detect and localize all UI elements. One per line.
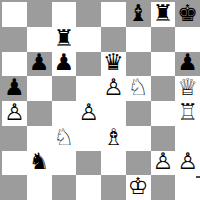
piece-white-pawn[interactable]: ♙ (4, 101, 25, 124)
piece-white-pawn[interactable]: ♙ (153, 151, 174, 174)
square-c1[interactable] (52, 175, 77, 200)
piece-white-pawn[interactable]: ♙ (103, 76, 124, 99)
square-a1[interactable] (2, 175, 27, 200)
square-g6[interactable] (151, 52, 176, 77)
piece-white-pawn[interactable]: ♙ (177, 151, 198, 174)
square-h6[interactable]: ♟ (175, 52, 200, 77)
square-h1[interactable] (175, 175, 200, 200)
square-h3[interactable] (175, 126, 200, 151)
piece-black-knight[interactable]: ♞ (29, 151, 50, 174)
piece-black-rook[interactable]: ♜ (54, 27, 75, 50)
square-e6[interactable]: ♛ (101, 52, 126, 77)
square-b5[interactable] (27, 76, 52, 101)
square-c6[interactable]: ♟ (52, 52, 77, 77)
piece-black-bishop[interactable]: ♝ (128, 2, 149, 25)
square-b7[interactable] (27, 27, 52, 52)
piece-black-pawn[interactable]: ♟ (54, 52, 75, 75)
square-b2[interactable]: ♞ (27, 151, 52, 176)
square-g5[interactable] (151, 76, 176, 101)
square-f7[interactable] (126, 27, 151, 52)
square-f5[interactable]: ♘ (126, 76, 151, 101)
square-g1[interactable] (151, 175, 176, 200)
square-h4[interactable]: ♖ (175, 101, 200, 126)
square-g2[interactable]: ♙ (151, 151, 176, 176)
square-a7[interactable] (2, 27, 27, 52)
chess-diagram: ♝♜♚♜♟♟♛♟♟♙♘♕♙♙♖♘♗♞♙♙♔ (0, 0, 200, 200)
piece-white-bishop[interactable]: ♗ (103, 126, 124, 149)
piece-white-knight[interactable]: ♘ (54, 126, 75, 149)
square-d2[interactable] (76, 151, 101, 176)
square-c3[interactable]: ♘ (52, 126, 77, 151)
square-f6[interactable] (126, 52, 151, 77)
square-h8[interactable]: ♚ (175, 2, 200, 27)
piece-black-pawn[interactable]: ♟ (4, 76, 25, 99)
square-h7[interactable] (175, 27, 200, 52)
square-e2[interactable] (101, 151, 126, 176)
piece-black-rook[interactable]: ♜ (153, 2, 174, 25)
square-e1[interactable] (101, 175, 126, 200)
square-d4[interactable]: ♙ (76, 101, 101, 126)
chess-board: ♝♜♚♜♟♟♛♟♟♙♘♕♙♙♖♘♗♞♙♙♔ (0, 0, 200, 200)
square-d8[interactable] (76, 2, 101, 27)
square-d3[interactable] (76, 126, 101, 151)
square-f2[interactable] (126, 151, 151, 176)
piece-black-queen[interactable]: ♛ (103, 52, 124, 75)
square-c7[interactable]: ♜ (52, 27, 77, 52)
square-f8[interactable]: ♝ (126, 2, 151, 27)
square-c2[interactable] (52, 151, 77, 176)
piece-white-knight[interactable]: ♘ (128, 76, 149, 99)
square-c5[interactable] (52, 76, 77, 101)
square-e4[interactable] (101, 101, 126, 126)
square-b4[interactable] (27, 101, 52, 126)
piece-white-queen[interactable]: ♕ (177, 76, 198, 99)
piece-white-pawn[interactable]: ♙ (78, 101, 99, 124)
square-d7[interactable] (76, 27, 101, 52)
square-f1[interactable]: ♔ (126, 175, 151, 200)
square-g7[interactable] (151, 27, 176, 52)
square-b8[interactable] (27, 2, 52, 27)
square-e7[interactable] (101, 27, 126, 52)
piece-black-pawn[interactable]: ♟ (177, 52, 198, 75)
square-d6[interactable] (76, 52, 101, 77)
square-g8[interactable]: ♜ (151, 2, 176, 27)
square-h2[interactable]: ♙ (175, 151, 200, 176)
square-a3[interactable] (2, 126, 27, 151)
square-g3[interactable] (151, 126, 176, 151)
piece-white-king[interactable]: ♔ (128, 175, 149, 198)
square-b1[interactable] (27, 175, 52, 200)
square-g4[interactable] (151, 101, 176, 126)
square-a4[interactable]: ♙ (2, 101, 27, 126)
square-b6[interactable]: ♟ (27, 52, 52, 77)
square-f4[interactable] (126, 101, 151, 126)
piece-white-rook[interactable]: ♖ (177, 101, 198, 124)
square-b3[interactable] (27, 126, 52, 151)
square-a6[interactable] (2, 52, 27, 77)
square-d5[interactable] (76, 76, 101, 101)
square-c4[interactable] (52, 101, 77, 126)
square-a2[interactable] (2, 151, 27, 176)
square-e8[interactable] (101, 2, 126, 27)
stray-dot-artifact (196, 176, 200, 178)
square-f3[interactable] (126, 126, 151, 151)
square-h5[interactable]: ♕ (175, 76, 200, 101)
square-e5[interactable]: ♙ (101, 76, 126, 101)
square-a5[interactable]: ♟ (2, 76, 27, 101)
square-a8[interactable] (2, 2, 27, 27)
square-e3[interactable]: ♗ (101, 126, 126, 151)
square-c8[interactable] (52, 2, 77, 27)
piece-black-pawn[interactable]: ♟ (29, 52, 50, 75)
square-d1[interactable] (76, 175, 101, 200)
piece-black-king[interactable]: ♚ (177, 2, 198, 25)
